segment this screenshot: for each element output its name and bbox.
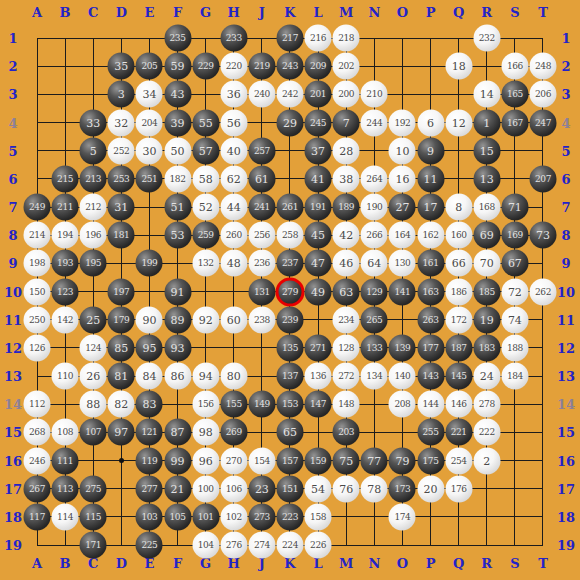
row-label: 7 [561, 200, 570, 215]
stone: 19 [473, 306, 500, 333]
move-number: 53 [171, 230, 185, 241]
stone: 250 [24, 306, 51, 333]
move-number: 37 [311, 145, 325, 156]
stone: 105 [164, 503, 191, 530]
move-number: 105 [170, 512, 186, 521]
stone: 207 [529, 165, 556, 192]
move-number: 16 [395, 173, 409, 184]
move-number: 23 [255, 483, 269, 494]
move-number: 136 [310, 372, 326, 381]
move-number: 183 [479, 343, 495, 352]
stone: 46 [333, 250, 360, 277]
stone: 183 [473, 334, 500, 361]
stone: 31 [108, 194, 135, 221]
stone: 212 [80, 194, 107, 221]
stone: 112 [24, 391, 51, 418]
stone: 9 [417, 137, 444, 164]
stone: 33 [80, 109, 107, 136]
stone: 63 [333, 278, 360, 305]
stone: 35 [108, 53, 135, 80]
move-number: 240 [254, 90, 270, 99]
move-number: 257 [254, 146, 270, 155]
stone: 142 [52, 306, 79, 333]
move-number: 132 [198, 259, 214, 268]
move-number: 175 [423, 456, 439, 465]
stone: 129 [361, 278, 388, 305]
move-number: 176 [451, 484, 467, 493]
move-number: 274 [254, 541, 270, 550]
move-number: 188 [507, 343, 523, 352]
stone: 246 [24, 447, 51, 474]
stone: 20 [417, 475, 444, 502]
move-number: 164 [394, 231, 410, 240]
stone: 264 [361, 165, 388, 192]
stone: 215 [52, 165, 79, 192]
move-number: 39 [171, 117, 185, 128]
stone: 226 [305, 532, 332, 559]
move-number: 211 [57, 203, 73, 212]
stone: 267 [24, 475, 51, 502]
move-number: 62 [227, 173, 241, 184]
move-number: 276 [226, 541, 242, 550]
stone: 119 [136, 447, 163, 474]
move-number: 113 [57, 484, 73, 493]
move-number: 92 [199, 314, 213, 325]
move-number: 85 [114, 342, 128, 353]
stone: 97 [108, 419, 135, 446]
row-label: 16 [4, 453, 22, 468]
stone: 32 [108, 109, 135, 136]
move-number: 131 [254, 287, 270, 296]
stone: 77 [361, 447, 388, 474]
row-label: 10 [4, 284, 22, 299]
row-label: 16 [557, 453, 575, 468]
move-number: 250 [29, 315, 45, 324]
move-number: 241 [254, 203, 270, 212]
column-label: Q [453, 5, 464, 20]
stone: 45 [305, 222, 332, 249]
move-number: 160 [451, 231, 467, 240]
move-number: 191 [310, 203, 326, 212]
move-number: 134 [366, 372, 382, 381]
stone: 190 [361, 194, 388, 221]
stone: 131 [248, 278, 275, 305]
stone: 172 [445, 306, 472, 333]
move-number: 142 [57, 315, 73, 324]
stone: 67 [501, 250, 528, 277]
stone: 195 [80, 250, 107, 277]
move-number: 269 [226, 428, 242, 437]
stone: 277 [136, 475, 163, 502]
move-number: 144 [423, 400, 439, 409]
move-number: 6 [427, 117, 434, 128]
stone: 248 [529, 53, 556, 80]
move-number: 94 [199, 371, 213, 382]
stone: 139 [389, 334, 416, 361]
move-number: 165 [507, 90, 523, 99]
move-number: 243 [282, 62, 298, 71]
stone: 177 [417, 334, 444, 361]
stone: 95 [136, 334, 163, 361]
move-number: 135 [282, 343, 298, 352]
stone: 268 [24, 419, 51, 446]
stone: 209 [305, 53, 332, 80]
stone: 12 [445, 109, 472, 136]
stone: 263 [417, 306, 444, 333]
move-number: 242 [282, 90, 298, 99]
row-label: 8 [561, 228, 570, 243]
stone: 103 [136, 503, 163, 530]
move-number: 99 [171, 455, 185, 466]
stone: 214 [24, 222, 51, 249]
stone: 158 [305, 503, 332, 530]
move-number: 86 [171, 371, 185, 382]
column-label: F [173, 5, 182, 20]
move-number: 59 [171, 61, 185, 72]
move-number: 111 [57, 456, 73, 465]
move-number: 74 [508, 314, 522, 325]
move-number: 232 [479, 34, 495, 43]
move-number: 209 [310, 62, 326, 71]
move-number: 61 [255, 173, 269, 184]
stone: 156 [192, 391, 219, 418]
stone: 133 [361, 334, 388, 361]
stone: 57 [192, 137, 219, 164]
move-number: 63 [339, 286, 353, 297]
move-number: 229 [198, 62, 214, 71]
move-number: 236 [254, 259, 270, 268]
stone: 128 [333, 334, 360, 361]
move-number: 245 [310, 118, 326, 127]
move-number: 272 [338, 372, 354, 381]
stone: 150 [24, 278, 51, 305]
move-number: 38 [339, 173, 353, 184]
move-number: 114 [57, 512, 73, 521]
stone: 258 [276, 222, 303, 249]
stone: 34 [136, 81, 163, 108]
move-number: 66 [452, 258, 466, 269]
move-number: 84 [142, 371, 156, 382]
move-number: 185 [479, 287, 495, 296]
stone: 53 [164, 222, 191, 249]
move-number: 149 [254, 400, 270, 409]
move-number: 79 [395, 455, 409, 466]
column-label: F [173, 556, 182, 571]
move-number: 44 [227, 202, 241, 213]
move-number: 24 [480, 371, 494, 382]
move-number: 278 [479, 400, 495, 409]
row-label: 4 [561, 115, 570, 130]
move-number: 55 [199, 117, 213, 128]
stone: 49 [305, 278, 332, 305]
column-label: B [60, 5, 71, 20]
move-number: 36 [227, 89, 241, 100]
stone: 213 [80, 165, 107, 192]
move-number: 3 [118, 89, 125, 100]
stone: 23 [248, 475, 275, 502]
stone: 60 [220, 306, 247, 333]
move-number: 161 [423, 259, 439, 268]
move-number: 199 [141, 259, 157, 268]
row-label: 14 [4, 397, 22, 412]
move-number: 129 [366, 287, 382, 296]
stone: 136 [305, 363, 332, 390]
stone: 224 [276, 532, 303, 559]
stone: 220 [220, 53, 247, 80]
column-label: C [88, 5, 98, 20]
stone: 205 [136, 53, 163, 80]
row-label: 5 [561, 143, 570, 158]
column-label: J [259, 5, 265, 20]
move-number: 14 [480, 89, 494, 100]
stone: 2 [473, 447, 500, 474]
move-number: 141 [394, 287, 410, 296]
stone: 121 [136, 419, 163, 446]
row-label: 17 [557, 481, 575, 496]
move-number: 60 [227, 314, 241, 325]
stone: 13 [473, 165, 500, 192]
stone: 203 [333, 419, 360, 446]
row-label: 11 [557, 312, 575, 327]
stone: 232 [473, 25, 500, 52]
stone: 247 [529, 109, 556, 136]
move-number: 263 [423, 315, 439, 324]
move-number: 10 [395, 145, 409, 156]
stone: 272 [333, 363, 360, 390]
stone: 108 [52, 419, 79, 446]
stone: 21 [164, 475, 191, 502]
move-number: 234 [338, 315, 354, 324]
move-number: 133 [366, 343, 382, 352]
move-number: 217 [282, 34, 298, 43]
move-number: 253 [113, 174, 129, 183]
move-number: 101 [198, 512, 214, 521]
move-number: 190 [366, 203, 382, 212]
move-number: 267 [29, 484, 45, 493]
column-label: P [426, 556, 436, 571]
move-number: 246 [29, 456, 45, 465]
stone: 27 [389, 194, 416, 221]
stone: 42 [333, 222, 360, 249]
move-number: 72 [508, 286, 522, 297]
stone: 30 [136, 137, 163, 164]
stone: 140 [389, 363, 416, 390]
column-label: R [481, 5, 492, 20]
stone: 41 [305, 165, 332, 192]
move-number: 13 [480, 173, 494, 184]
move-number: 258 [282, 231, 298, 240]
move-number: 11 [424, 173, 438, 184]
move-number: 157 [282, 456, 298, 465]
move-number: 155 [226, 400, 242, 409]
move-number: 8 [455, 202, 462, 213]
move-number: 91 [171, 286, 185, 297]
stone: 130 [389, 250, 416, 277]
stone: 155 [220, 391, 247, 418]
move-number: 271 [310, 343, 326, 352]
stone: 126 [24, 334, 51, 361]
stone: 254 [445, 447, 472, 474]
stone: 200 [333, 81, 360, 108]
stone: 90 [136, 306, 163, 333]
move-number: 205 [141, 62, 157, 71]
stone: 1 [473, 109, 500, 136]
move-number: 49 [311, 286, 325, 297]
stone: 245 [305, 109, 332, 136]
stone: 233 [220, 25, 247, 52]
move-number: 264 [366, 174, 382, 183]
move-number: 167 [507, 118, 523, 127]
row-label: 12 [557, 340, 575, 355]
move-number: 107 [85, 428, 101, 437]
stone: 241 [248, 194, 275, 221]
move-number: 203 [338, 428, 354, 437]
stone: 275 [80, 475, 107, 502]
move-number: 145 [451, 372, 467, 381]
move-number: 213 [85, 174, 101, 183]
move-number: 121 [141, 428, 157, 437]
move-number: 33 [86, 117, 100, 128]
column-label: E [144, 5, 154, 20]
move-number: 76 [339, 483, 353, 494]
move-number: 168 [479, 203, 495, 212]
move-number: 255 [423, 428, 439, 437]
move-number: 198 [29, 259, 45, 268]
stone: 197 [108, 278, 135, 305]
row-label: 18 [557, 509, 575, 524]
move-number: 220 [226, 62, 242, 71]
stone: 94 [192, 363, 219, 390]
move-number: 97 [114, 427, 128, 438]
stone: 114 [52, 503, 79, 530]
stone: 80 [220, 363, 247, 390]
stone: 44 [220, 194, 247, 221]
stone: 161 [417, 250, 444, 277]
move-number: 222 [479, 428, 495, 437]
stone: 59 [164, 53, 191, 80]
move-number: 80 [227, 371, 241, 382]
stone: 157 [276, 447, 303, 474]
stone: 89 [164, 306, 191, 333]
move-number: 219 [254, 62, 270, 71]
move-number: 177 [423, 343, 439, 352]
move-number: 81 [114, 371, 128, 382]
stone: 202 [333, 53, 360, 80]
stone: 159 [305, 447, 332, 474]
move-number: 186 [451, 287, 467, 296]
move-number: 207 [535, 174, 551, 183]
stone: 141 [389, 278, 416, 305]
move-number: 95 [142, 342, 156, 353]
stone: 36 [220, 81, 247, 108]
move-number: 266 [366, 231, 382, 240]
stone: 223 [276, 503, 303, 530]
move-number: 104 [198, 541, 214, 550]
move-number: 46 [339, 258, 353, 269]
stone: 204 [136, 109, 163, 136]
star-point [119, 458, 124, 463]
move-number: 156 [198, 400, 214, 409]
column-label: R [481, 556, 492, 571]
move-number: 32 [114, 117, 128, 128]
move-number: 43 [171, 89, 185, 100]
stone: 208 [389, 391, 416, 418]
move-number: 70 [480, 258, 494, 269]
move-number: 98 [199, 427, 213, 438]
row-label: 8 [8, 228, 17, 243]
stone: 181 [108, 222, 135, 249]
move-number: 261 [282, 203, 298, 212]
stone: 240 [248, 81, 275, 108]
move-number: 196 [85, 231, 101, 240]
stone: 218 [333, 25, 360, 52]
stone: 249 [24, 194, 51, 221]
move-number: 50 [171, 145, 185, 156]
stone: 149 [248, 391, 275, 418]
stone: 144 [417, 391, 444, 418]
move-number: 262 [535, 287, 551, 296]
move-number: 268 [29, 428, 45, 437]
stone: 206 [529, 81, 556, 108]
stone: 216 [305, 25, 332, 52]
stone: 276 [220, 532, 247, 559]
column-label: D [116, 556, 127, 571]
row-label: 1 [561, 31, 570, 46]
stone: 78 [361, 475, 388, 502]
move-number: 140 [394, 372, 410, 381]
move-number: 126 [29, 343, 45, 352]
move-number: 244 [366, 118, 382, 127]
stone: 184 [501, 363, 528, 390]
stone: 211 [52, 194, 79, 221]
move-number: 26 [86, 371, 100, 382]
move-number: 89 [171, 314, 185, 325]
move-number: 166 [507, 62, 523, 71]
move-number: 256 [254, 231, 270, 240]
stone: 186 [445, 278, 472, 305]
stone: 54 [305, 475, 332, 502]
move-number: 204 [141, 118, 157, 127]
stone: 61 [248, 165, 275, 192]
go-board[interactable]: AABBCCDDEEFFGGHHJJKKLLMMNNOOPPQQRRSSTT11… [0, 0, 580, 580]
stone: 135 [276, 334, 303, 361]
stone: 70 [473, 250, 500, 277]
column-label: S [510, 556, 519, 571]
move-number: 221 [451, 428, 467, 437]
stone: 38 [333, 165, 360, 192]
stone: 11 [417, 165, 444, 192]
stone: 39 [164, 109, 191, 136]
move-number: 189 [338, 203, 354, 212]
move-number: 112 [29, 400, 45, 409]
stone: 166 [501, 53, 528, 80]
column-label: K [284, 5, 295, 20]
move-number: 87 [171, 427, 185, 438]
stone: 270 [220, 447, 247, 474]
stone: 91 [164, 278, 191, 305]
stone: 14 [473, 81, 500, 108]
move-number: 200 [338, 90, 354, 99]
column-label: A [32, 5, 42, 20]
move-number: 93 [171, 342, 185, 353]
move-number: 106 [226, 484, 242, 493]
move-number: 174 [394, 512, 410, 521]
stone: 69 [473, 222, 500, 249]
stone: 29 [276, 109, 303, 136]
move-number: 214 [29, 231, 45, 240]
move-number: 143 [423, 372, 439, 381]
move-number: 225 [141, 541, 157, 550]
